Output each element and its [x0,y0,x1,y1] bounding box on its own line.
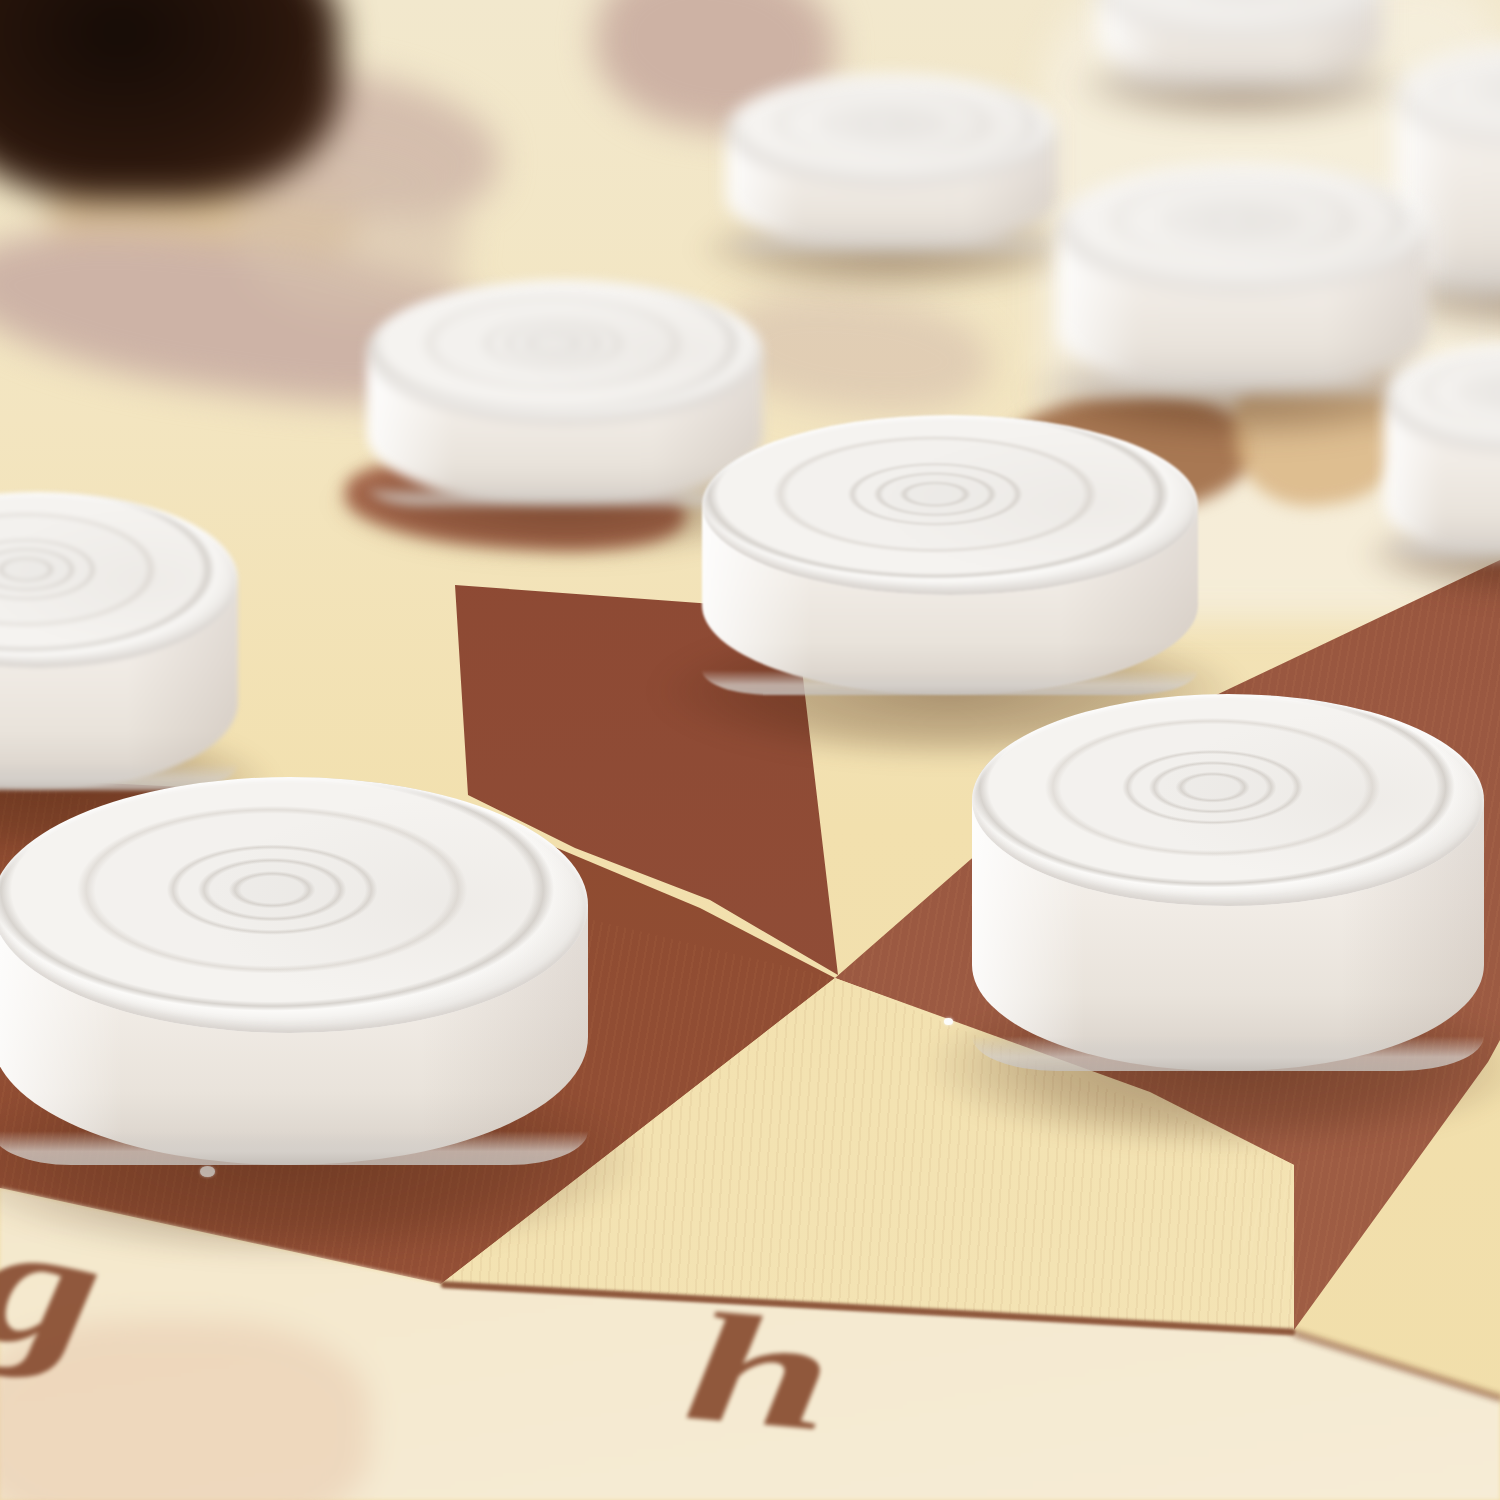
piece-top-rings [0,777,588,1033]
pieces-layer [0,0,1500,1500]
checker-piece-g1[interactable] [0,777,588,1165]
piece-top-rings [972,694,1484,906]
checker-piece-f4[interactable] [726,74,1058,252]
piece-top-rings [1057,164,1429,292]
piece-top-rings [367,280,763,424]
piece-top-rings [702,415,1198,595]
checker-piece-h5[interactable] [1384,344,1500,558]
piece-top-rings [726,74,1058,186]
checker-piece-g3[interactable] [702,415,1198,695]
checker-piece-g5[interactable] [1098,0,1382,88]
checker-piece-h2[interactable] [972,694,1484,1071]
checker-piece-h4[interactable] [1057,164,1429,394]
checkers-board-photo: g h [0,0,1500,1500]
checker-piece-f2[interactable] [0,492,238,790]
